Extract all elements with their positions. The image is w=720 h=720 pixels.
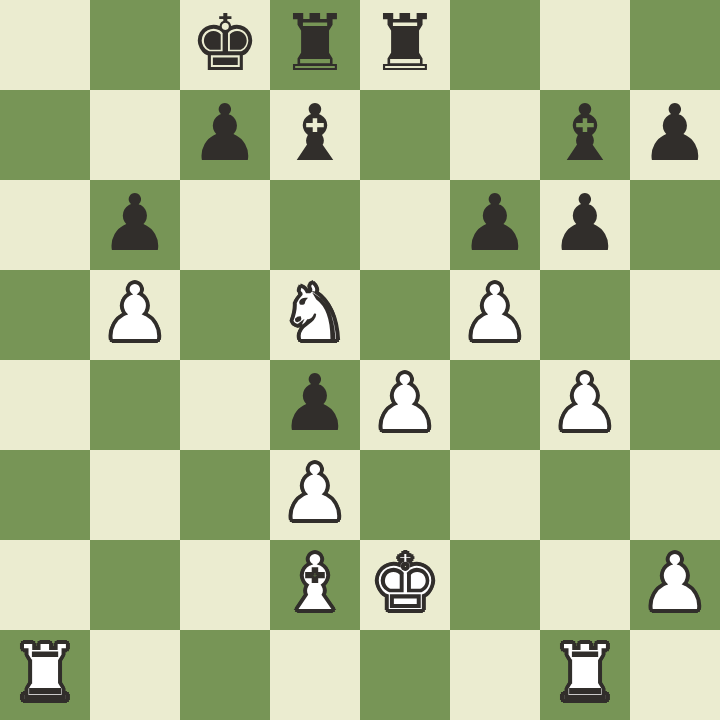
square-h5[interactable] (630, 270, 720, 360)
piece-white-rook[interactable]: ♜ (550, 628, 620, 718)
square-g6[interactable]: ♟ (540, 180, 630, 270)
square-e2[interactable]: ♚ (360, 540, 450, 630)
piece-black-pawn[interactable]: ♟ (190, 88, 260, 178)
square-g2[interactable] (540, 540, 630, 630)
square-b5[interactable]: ♟ (90, 270, 180, 360)
piece-white-pawn[interactable]: ♟ (640, 538, 710, 628)
square-a3[interactable] (0, 450, 90, 540)
chess-board: ♚♜♜♟♝♝♟♟♟♟♟♞♟♟♟♟♟♝♚♟♜♜ (0, 0, 720, 720)
square-c5[interactable] (180, 270, 270, 360)
square-c7[interactable]: ♟ (180, 90, 270, 180)
square-e8[interactable]: ♜ (360, 0, 450, 90)
square-e4[interactable]: ♟ (360, 360, 450, 450)
square-f1[interactable] (450, 630, 540, 720)
square-b2[interactable] (90, 540, 180, 630)
square-f5[interactable]: ♟ (450, 270, 540, 360)
square-d8[interactable]: ♜ (270, 0, 360, 90)
square-e3[interactable] (360, 450, 450, 540)
square-d7[interactable]: ♝ (270, 90, 360, 180)
piece-white-pawn[interactable]: ♟ (280, 448, 350, 538)
square-h7[interactable]: ♟ (630, 90, 720, 180)
square-c6[interactable] (180, 180, 270, 270)
piece-white-pawn[interactable]: ♟ (100, 268, 170, 358)
square-b6[interactable]: ♟ (90, 180, 180, 270)
square-c4[interactable] (180, 360, 270, 450)
square-h3[interactable] (630, 450, 720, 540)
square-g4[interactable]: ♟ (540, 360, 630, 450)
piece-white-pawn[interactable]: ♟ (550, 358, 620, 448)
square-d4[interactable]: ♟ (270, 360, 360, 450)
square-f3[interactable] (450, 450, 540, 540)
square-f6[interactable]: ♟ (450, 180, 540, 270)
square-a6[interactable] (0, 180, 90, 270)
piece-black-bishop[interactable]: ♝ (280, 88, 350, 178)
square-h6[interactable] (630, 180, 720, 270)
square-a5[interactable] (0, 270, 90, 360)
square-g8[interactable] (540, 0, 630, 90)
square-f8[interactable] (450, 0, 540, 90)
square-b1[interactable] (90, 630, 180, 720)
square-h8[interactable] (630, 0, 720, 90)
square-b8[interactable] (90, 0, 180, 90)
piece-black-bishop[interactable]: ♝ (550, 88, 620, 178)
square-d3[interactable]: ♟ (270, 450, 360, 540)
piece-white-knight[interactable]: ♞ (280, 268, 350, 358)
square-f2[interactable] (450, 540, 540, 630)
piece-black-pawn[interactable]: ♟ (280, 358, 350, 448)
square-c3[interactable] (180, 450, 270, 540)
square-h1[interactable] (630, 630, 720, 720)
square-c1[interactable] (180, 630, 270, 720)
piece-white-king[interactable]: ♚ (370, 538, 440, 628)
square-d5[interactable]: ♞ (270, 270, 360, 360)
square-a8[interactable] (0, 0, 90, 90)
square-d1[interactable] (270, 630, 360, 720)
square-b7[interactable] (90, 90, 180, 180)
piece-white-rook[interactable]: ♜ (10, 628, 80, 718)
square-h4[interactable] (630, 360, 720, 450)
square-a1[interactable]: ♜ (0, 630, 90, 720)
square-a2[interactable] (0, 540, 90, 630)
square-d6[interactable] (270, 180, 360, 270)
piece-black-pawn[interactable]: ♟ (100, 178, 170, 268)
square-b3[interactable] (90, 450, 180, 540)
square-g1[interactable]: ♜ (540, 630, 630, 720)
piece-black-pawn[interactable]: ♟ (460, 178, 530, 268)
piece-white-bishop[interactable]: ♝ (280, 538, 350, 628)
square-c2[interactable] (180, 540, 270, 630)
square-g3[interactable] (540, 450, 630, 540)
piece-black-pawn[interactable]: ♟ (640, 88, 710, 178)
square-e7[interactable] (360, 90, 450, 180)
square-a7[interactable] (0, 90, 90, 180)
piece-white-pawn[interactable]: ♟ (460, 268, 530, 358)
piece-black-rook[interactable]: ♜ (370, 0, 440, 88)
square-f7[interactable] (450, 90, 540, 180)
piece-black-king[interactable]: ♚ (190, 0, 260, 88)
square-e6[interactable] (360, 180, 450, 270)
square-f4[interactable] (450, 360, 540, 450)
square-c8[interactable]: ♚ (180, 0, 270, 90)
square-d2[interactable]: ♝ (270, 540, 360, 630)
square-g5[interactable] (540, 270, 630, 360)
square-h2[interactable]: ♟ (630, 540, 720, 630)
square-g7[interactable]: ♝ (540, 90, 630, 180)
square-a4[interactable] (0, 360, 90, 450)
square-e5[interactable] (360, 270, 450, 360)
piece-white-pawn[interactable]: ♟ (370, 358, 440, 448)
piece-black-pawn[interactable]: ♟ (550, 178, 620, 268)
square-b4[interactable] (90, 360, 180, 450)
square-e1[interactable] (360, 630, 450, 720)
piece-black-rook[interactable]: ♜ (280, 0, 350, 88)
